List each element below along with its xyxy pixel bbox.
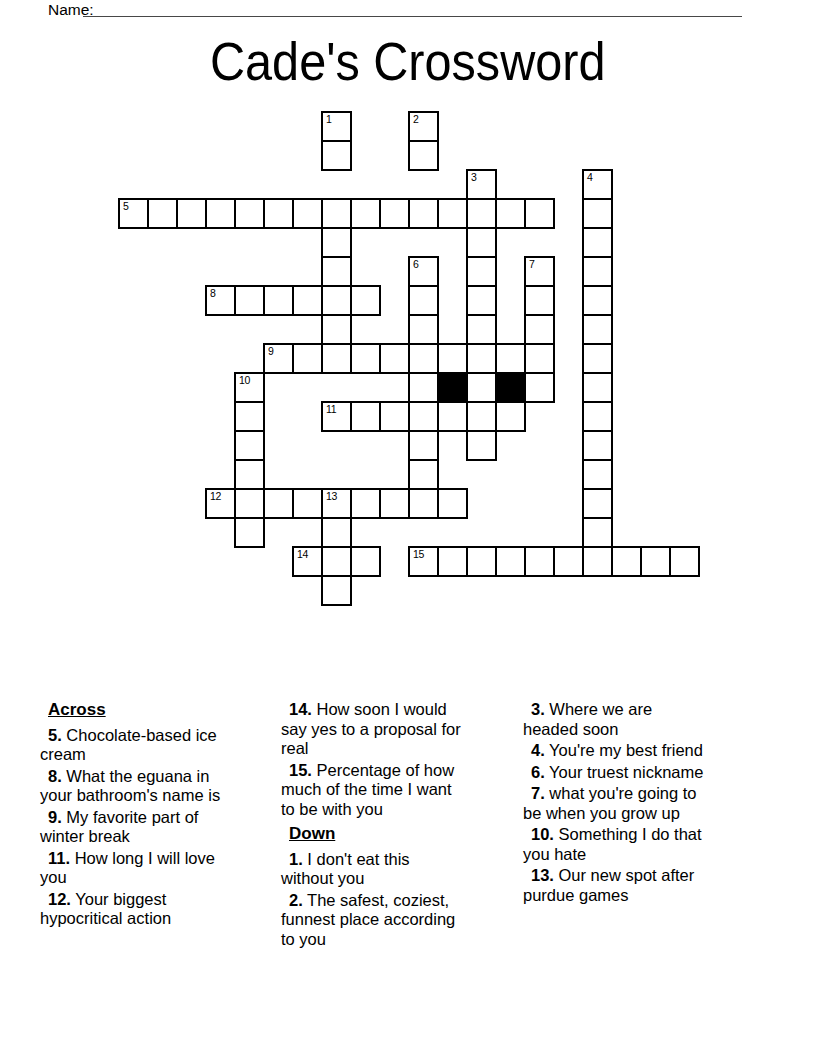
clue-number-label: 5. <box>48 726 62 744</box>
clue-down-3: 3. Where we are headed soon <box>523 700 776 739</box>
grid-cell[interactable] <box>582 198 613 229</box>
clue-number-label: 8. <box>48 767 62 785</box>
grid-cell[interactable] <box>495 343 526 374</box>
grid-cell[interactable] <box>582 430 613 461</box>
grid-cell[interactable] <box>379 343 410 374</box>
clue-down-7: 7. what you're going to be when you grow… <box>523 784 776 823</box>
down-header-text: Down <box>289 824 335 843</box>
grid-cell[interactable] <box>321 546 352 577</box>
cell-number: 7 <box>529 259 535 270</box>
grid-cell[interactable] <box>408 401 439 432</box>
grid-cell[interactable] <box>524 546 555 577</box>
cell-number: 6 <box>413 259 419 270</box>
grid-cell[interactable]: 14 <box>292 546 323 577</box>
grid-cell[interactable] <box>437 198 468 229</box>
grid-cell[interactable] <box>263 488 294 519</box>
grid-cell[interactable]: 13 <box>321 488 352 519</box>
grid-cell[interactable] <box>292 198 323 229</box>
grid-cell[interactable] <box>524 343 555 374</box>
cell-number: 9 <box>268 346 274 357</box>
clue-number-label: 4. <box>531 741 545 759</box>
grid-cell[interactable] <box>321 140 352 171</box>
cell-number: 10 <box>239 375 250 386</box>
grid-cell[interactable]: 11 <box>321 401 352 432</box>
cell-number: 13 <box>326 491 337 502</box>
grid-cell[interactable] <box>582 401 613 432</box>
cell-number: 14 <box>297 549 308 560</box>
grid-cell[interactable] <box>234 430 265 461</box>
grid-cell[interactable] <box>524 198 555 229</box>
grid-cell[interactable] <box>263 285 294 316</box>
grid-cell[interactable] <box>466 314 497 345</box>
grid-cell[interactable] <box>321 198 352 229</box>
grid-cell[interactable] <box>437 343 468 374</box>
grid-cell[interactable] <box>524 314 555 345</box>
grid-cell[interactable] <box>524 285 555 316</box>
clue-number-label: 13. <box>531 866 554 884</box>
grid-cell[interactable] <box>176 198 207 229</box>
grid-cell[interactable] <box>640 546 671 577</box>
grid-cell[interactable] <box>350 488 381 519</box>
grid-cell[interactable] <box>408 488 439 519</box>
clues-column-3: 3. Where we are headed soon4. You're my … <box>523 700 776 907</box>
clue-down-1: 1. I don't eat this without you <box>281 850 522 889</box>
cell-number: 15 <box>413 549 424 560</box>
clue-number-label: 2. <box>289 891 303 909</box>
grid-cell[interactable] <box>408 314 439 345</box>
cell-number: 8 <box>210 288 216 299</box>
grid-cell[interactable] <box>669 546 700 577</box>
grid-cell[interactable] <box>234 198 265 229</box>
grid-cell[interactable] <box>437 401 468 432</box>
grid-cell[interactable] <box>466 227 497 258</box>
grid-cell[interactable] <box>292 343 323 374</box>
cell-number: 4 <box>587 172 593 183</box>
grid-cell[interactable]: 1 <box>321 111 352 142</box>
grid-cell[interactable]: 5 <box>118 198 149 229</box>
grid-cell[interactable]: 6 <box>408 256 439 287</box>
grid-cell[interactable] <box>234 488 265 519</box>
crossword-grid: 123456789101112131415 <box>118 111 700 606</box>
cell-number: 12 <box>210 491 221 502</box>
cell-number: 11 <box>326 404 336 415</box>
clue-number-label: 1. <box>289 850 303 868</box>
clue-number-label: 10. <box>531 825 554 843</box>
clue-across-9: 9. My favorite part of winter break <box>40 808 281 847</box>
grid-cell-black <box>495 372 526 403</box>
grid-cell[interactable] <box>611 546 642 577</box>
grid-cell[interactable] <box>205 198 236 229</box>
grid-cell[interactable] <box>234 285 265 316</box>
grid-cell[interactable] <box>582 256 613 287</box>
grid-cell[interactable] <box>321 314 352 345</box>
grid-cell[interactable] <box>466 372 497 403</box>
grid-cell[interactable] <box>292 285 323 316</box>
clue-across-8: 8. What the eguana in your bathroom's na… <box>40 767 281 806</box>
cell-number: 3 <box>471 172 477 183</box>
grid-cell[interactable] <box>292 488 323 519</box>
grid-cell-black <box>437 372 468 403</box>
clues-column-2: 14. How soon I would say yes to a propos… <box>281 700 522 951</box>
grid-cell[interactable] <box>495 198 526 229</box>
grid-cell[interactable] <box>408 430 439 461</box>
grid-cell[interactable] <box>553 546 584 577</box>
clue-across-15: 15. Percentage of how much of the time I… <box>281 761 522 820</box>
grid-cell[interactable] <box>234 401 265 432</box>
clue-number-label: 15. <box>289 761 312 779</box>
grid-cell[interactable] <box>408 140 439 171</box>
grid-cell[interactable] <box>495 401 526 432</box>
grid-cell[interactable] <box>582 343 613 374</box>
clue-number-label: 7. <box>531 784 545 802</box>
down-header: Down <box>281 824 522 844</box>
grid-cell[interactable] <box>408 285 439 316</box>
grid-cell[interactable] <box>437 546 468 577</box>
grid-cell[interactable] <box>350 401 381 432</box>
grid-cell[interactable] <box>582 488 613 519</box>
grid-cell[interactable] <box>234 517 265 548</box>
grid-cell[interactable] <box>234 459 265 490</box>
clue-down-13: 13. Our new spot after purdue games <box>523 866 776 905</box>
clue-across-14: 14. How soon I would say yes to a propos… <box>281 700 522 759</box>
grid-cell[interactable] <box>466 198 497 229</box>
grid-cell[interactable] <box>408 343 439 374</box>
grid-cell[interactable] <box>495 546 526 577</box>
clue-number-label: 3. <box>531 700 545 718</box>
clue-number-label: 11. <box>48 849 70 867</box>
clue-number-label: 9. <box>48 808 62 826</box>
clue-down-10: 10. Something I do that you hate <box>523 825 776 864</box>
grid-cell[interactable] <box>466 546 497 577</box>
grid-cell[interactable] <box>466 285 497 316</box>
grid-cell[interactable] <box>321 343 352 374</box>
puzzle-title: Cade's Crossword <box>0 33 816 90</box>
grid-cell[interactable] <box>321 285 352 316</box>
grid-cell[interactable] <box>582 285 613 316</box>
clues-column-1: Across5. Chocolate-based ice cream8. Wha… <box>40 700 281 931</box>
grid-cell[interactable] <box>408 459 439 490</box>
clue-number-label: 12. <box>48 890 71 908</box>
grid-cell[interactable] <box>350 546 381 577</box>
name-blank-line[interactable] <box>83 0 742 17</box>
grid-cell[interactable] <box>582 459 613 490</box>
grid-cell[interactable]: 4 <box>582 169 613 200</box>
grid-cell[interactable]: 12 <box>205 488 236 519</box>
clue-text: Your truest nickname <box>549 763 703 781</box>
grid-cell[interactable] <box>379 401 410 432</box>
clue-text: You're my best friend <box>549 741 703 759</box>
clue-text: What the eguana in your bathroom's name … <box>40 767 220 805</box>
grid-cell[interactable] <box>582 517 613 548</box>
grid-cell[interactable] <box>321 517 352 548</box>
grid-cell[interactable] <box>321 227 352 258</box>
clue-across-12: 12. Your biggest hypocritical action <box>40 890 281 929</box>
grid-cell[interactable]: 9 <box>263 343 294 374</box>
grid-cell[interactable] <box>350 343 381 374</box>
clue-down-4: 4. You're my best friend <box>523 741 776 761</box>
grid-cell[interactable] <box>466 256 497 287</box>
grid-cell[interactable] <box>582 314 613 345</box>
cell-number: 1 <box>326 114 332 125</box>
clue-number-label: 6. <box>531 763 545 781</box>
grid-cell[interactable] <box>466 430 497 461</box>
grid-cell[interactable]: 2 <box>408 111 439 142</box>
grid-cell[interactable]: 15 <box>408 546 439 577</box>
grid-cell[interactable] <box>408 372 439 403</box>
across-header: Across <box>40 700 281 720</box>
clue-across-11: 11. How long I will love you <box>40 849 281 888</box>
grid-cell[interactable] <box>379 488 410 519</box>
grid-cell[interactable]: 3 <box>466 169 497 200</box>
grid-cell[interactable]: 10 <box>234 372 265 403</box>
grid-cell[interactable]: 8 <box>205 285 236 316</box>
grid-cell[interactable] <box>466 343 497 374</box>
cell-number: 2 <box>413 114 419 125</box>
grid-cell[interactable] <box>321 256 352 287</box>
grid-cell[interactable]: 7 <box>524 256 555 287</box>
grid-cell[interactable] <box>147 198 178 229</box>
grid-cell[interactable] <box>466 401 497 432</box>
clue-down-2: 2. The safest, coziest, funnest place ac… <box>281 891 522 950</box>
clue-down-6: 6. Your truest nickname <box>523 763 776 783</box>
grid-cell[interactable] <box>408 198 439 229</box>
clue-text: My favorite part of winter break <box>40 808 198 846</box>
grid-cell[interactable] <box>437 488 468 519</box>
clue-text: The safest, coziest, funnest place accor… <box>281 891 455 948</box>
grid-cell[interactable] <box>321 575 352 606</box>
grid-cell[interactable] <box>524 372 555 403</box>
worksheet-page: Name: Cade's Crossword 12345678910111213… <box>0 0 816 1056</box>
clue-text: what you're going to be when you grow up <box>523 784 697 822</box>
grid-cell[interactable] <box>350 285 381 316</box>
clue-text: Chocolate-based ice cream <box>40 726 217 764</box>
grid-cell[interactable] <box>582 546 613 577</box>
grid-cell[interactable] <box>263 198 294 229</box>
puzzle-title-text: Cade's Crossword <box>210 33 606 90</box>
clue-across-5: 5. Chocolate-based ice cream <box>40 726 281 765</box>
clue-number-label: 14. <box>289 700 312 718</box>
grid-cell[interactable] <box>379 198 410 229</box>
grid-cell[interactable] <box>582 372 613 403</box>
grid-cell[interactable] <box>582 227 613 258</box>
cell-number: 5 <box>123 201 129 212</box>
across-header-text: Across <box>48 700 106 719</box>
grid-cell[interactable] <box>350 198 381 229</box>
